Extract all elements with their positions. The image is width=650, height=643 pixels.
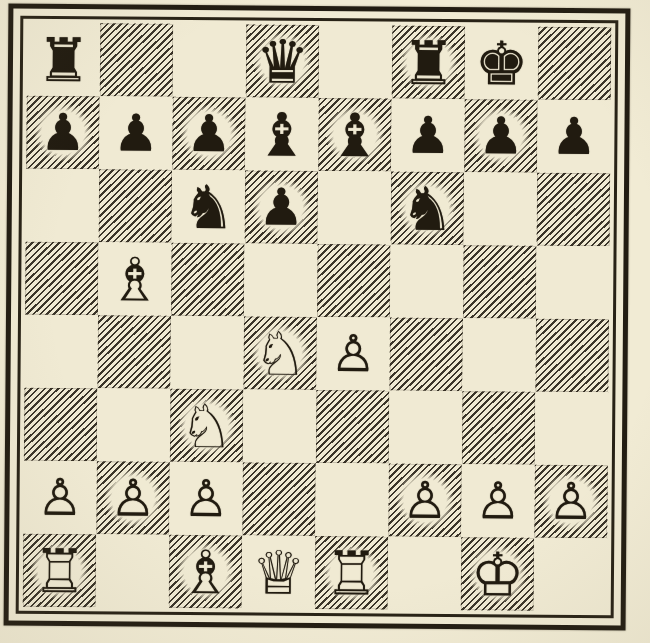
white-king-g1: ♔	[461, 537, 535, 611]
black-pawn-b7: ♟	[99, 96, 173, 170]
square-a4	[24, 315, 98, 389]
square-h1	[534, 538, 608, 612]
square-a8: ♜	[27, 23, 101, 97]
white-knight-c3: ♘	[170, 389, 244, 463]
square-c1: ♗	[169, 535, 243, 609]
square-b4	[97, 315, 171, 389]
white-pawn-a2: ♙	[23, 461, 97, 535]
white-rook-e1: ♖	[315, 536, 389, 610]
black-queen-d8: ♛	[246, 24, 320, 98]
black-knight-c6: ♞	[172, 170, 246, 244]
square-h2: ♙	[534, 465, 608, 539]
chess-board: ♜♛♜♚♟♟♟♝♝♟♟♟♞♟♞♗♘♙♘♙♙♙♙♙♙♖♗♕♖♔	[23, 23, 612, 612]
square-f8: ♜	[392, 26, 466, 100]
square-b1	[96, 534, 170, 608]
black-rook-a8: ♜	[27, 23, 101, 97]
square-d3	[243, 389, 317, 463]
square-f3	[389, 391, 463, 465]
square-d5	[244, 243, 318, 317]
square-c2: ♙	[169, 462, 243, 536]
square-e8	[319, 25, 393, 99]
black-pawn-f7: ♟	[391, 99, 465, 173]
square-e1: ♖	[315, 536, 389, 610]
white-queen-d1: ♕	[242, 535, 316, 609]
square-g4	[462, 318, 536, 392]
white-rook-a1: ♖	[23, 534, 97, 608]
square-c5	[171, 243, 245, 317]
square-h3	[535, 392, 609, 466]
square-g2: ♙	[461, 464, 535, 538]
square-d1: ♕	[242, 535, 316, 609]
white-bishop-c1: ♗	[169, 535, 243, 609]
white-knight-d4: ♘	[243, 316, 317, 390]
square-h7: ♟	[537, 100, 611, 174]
square-d4: ♘	[243, 316, 317, 390]
square-d7: ♝	[245, 97, 319, 171]
square-a6	[26, 169, 100, 243]
square-e4: ♙	[316, 317, 390, 391]
square-a5	[25, 242, 99, 316]
square-d2	[242, 462, 316, 536]
square-f5	[390, 245, 464, 319]
square-c3: ♘	[170, 389, 244, 463]
black-bishop-d7: ♝	[245, 97, 319, 171]
chess-board-inner-border: ♜♛♜♚♟♟♟♝♝♟♟♟♞♟♞♗♘♙♘♙♙♙♙♙♙♖♗♕♖♔	[16, 16, 619, 619]
square-e7: ♝	[318, 98, 392, 172]
black-king-g8: ♚	[465, 26, 539, 100]
white-pawn-c2: ♙	[169, 462, 243, 536]
chess-board-frame: ♜♛♜♚♟♟♟♝♝♟♟♟♞♟♞♗♘♙♘♙♙♙♙♙♙♖♗♕♖♔	[4, 4, 631, 631]
square-e6	[318, 171, 392, 245]
square-g8: ♚	[465, 26, 539, 100]
black-pawn-c7: ♟	[172, 97, 246, 171]
square-c6: ♞	[172, 170, 246, 244]
square-b2: ♙	[96, 461, 170, 535]
square-f7: ♟	[391, 99, 465, 173]
square-g1: ♔	[461, 537, 535, 611]
square-a3	[24, 388, 98, 462]
square-b7: ♟	[99, 96, 173, 170]
white-pawn-h2: ♙	[534, 465, 608, 539]
black-bishop-e7: ♝	[318, 98, 392, 172]
square-g6	[464, 172, 538, 246]
square-d8: ♛	[246, 24, 320, 98]
square-d6: ♟	[245, 170, 319, 244]
square-h8	[538, 27, 612, 101]
square-a7: ♟	[26, 96, 100, 170]
square-b3	[97, 388, 171, 462]
square-a1: ♖	[23, 534, 97, 608]
black-pawn-h7: ♟	[537, 100, 611, 174]
square-g7: ♟	[464, 99, 538, 173]
square-f1	[388, 537, 462, 611]
square-c8	[173, 24, 247, 98]
square-b5: ♗	[98, 242, 172, 316]
white-bishop-b5: ♗	[98, 242, 172, 316]
square-g3	[462, 391, 536, 465]
square-c7: ♟	[172, 97, 246, 171]
square-f2: ♙	[388, 464, 462, 538]
square-h5	[536, 246, 610, 320]
square-h6	[537, 173, 611, 247]
black-pawn-a7: ♟	[26, 96, 100, 170]
white-pawn-b2: ♙	[96, 461, 170, 535]
square-e2	[315, 463, 389, 537]
square-b6	[99, 169, 173, 243]
square-e5	[317, 244, 391, 318]
white-pawn-e4: ♙	[316, 317, 390, 391]
black-rook-f8: ♜	[392, 26, 466, 100]
square-g5	[463, 245, 537, 319]
square-c4	[170, 316, 244, 390]
square-a2: ♙	[23, 461, 97, 535]
black-knight-f6: ♞	[391, 172, 465, 246]
white-pawn-f2: ♙	[388, 464, 462, 538]
square-h4	[535, 319, 609, 393]
square-e3	[316, 390, 390, 464]
square-f6: ♞	[391, 172, 465, 246]
black-pawn-d6: ♟	[245, 170, 319, 244]
white-pawn-g2: ♙	[461, 464, 535, 538]
square-f4	[389, 318, 463, 392]
square-b8	[100, 23, 174, 97]
black-pawn-g7: ♟	[464, 99, 538, 173]
